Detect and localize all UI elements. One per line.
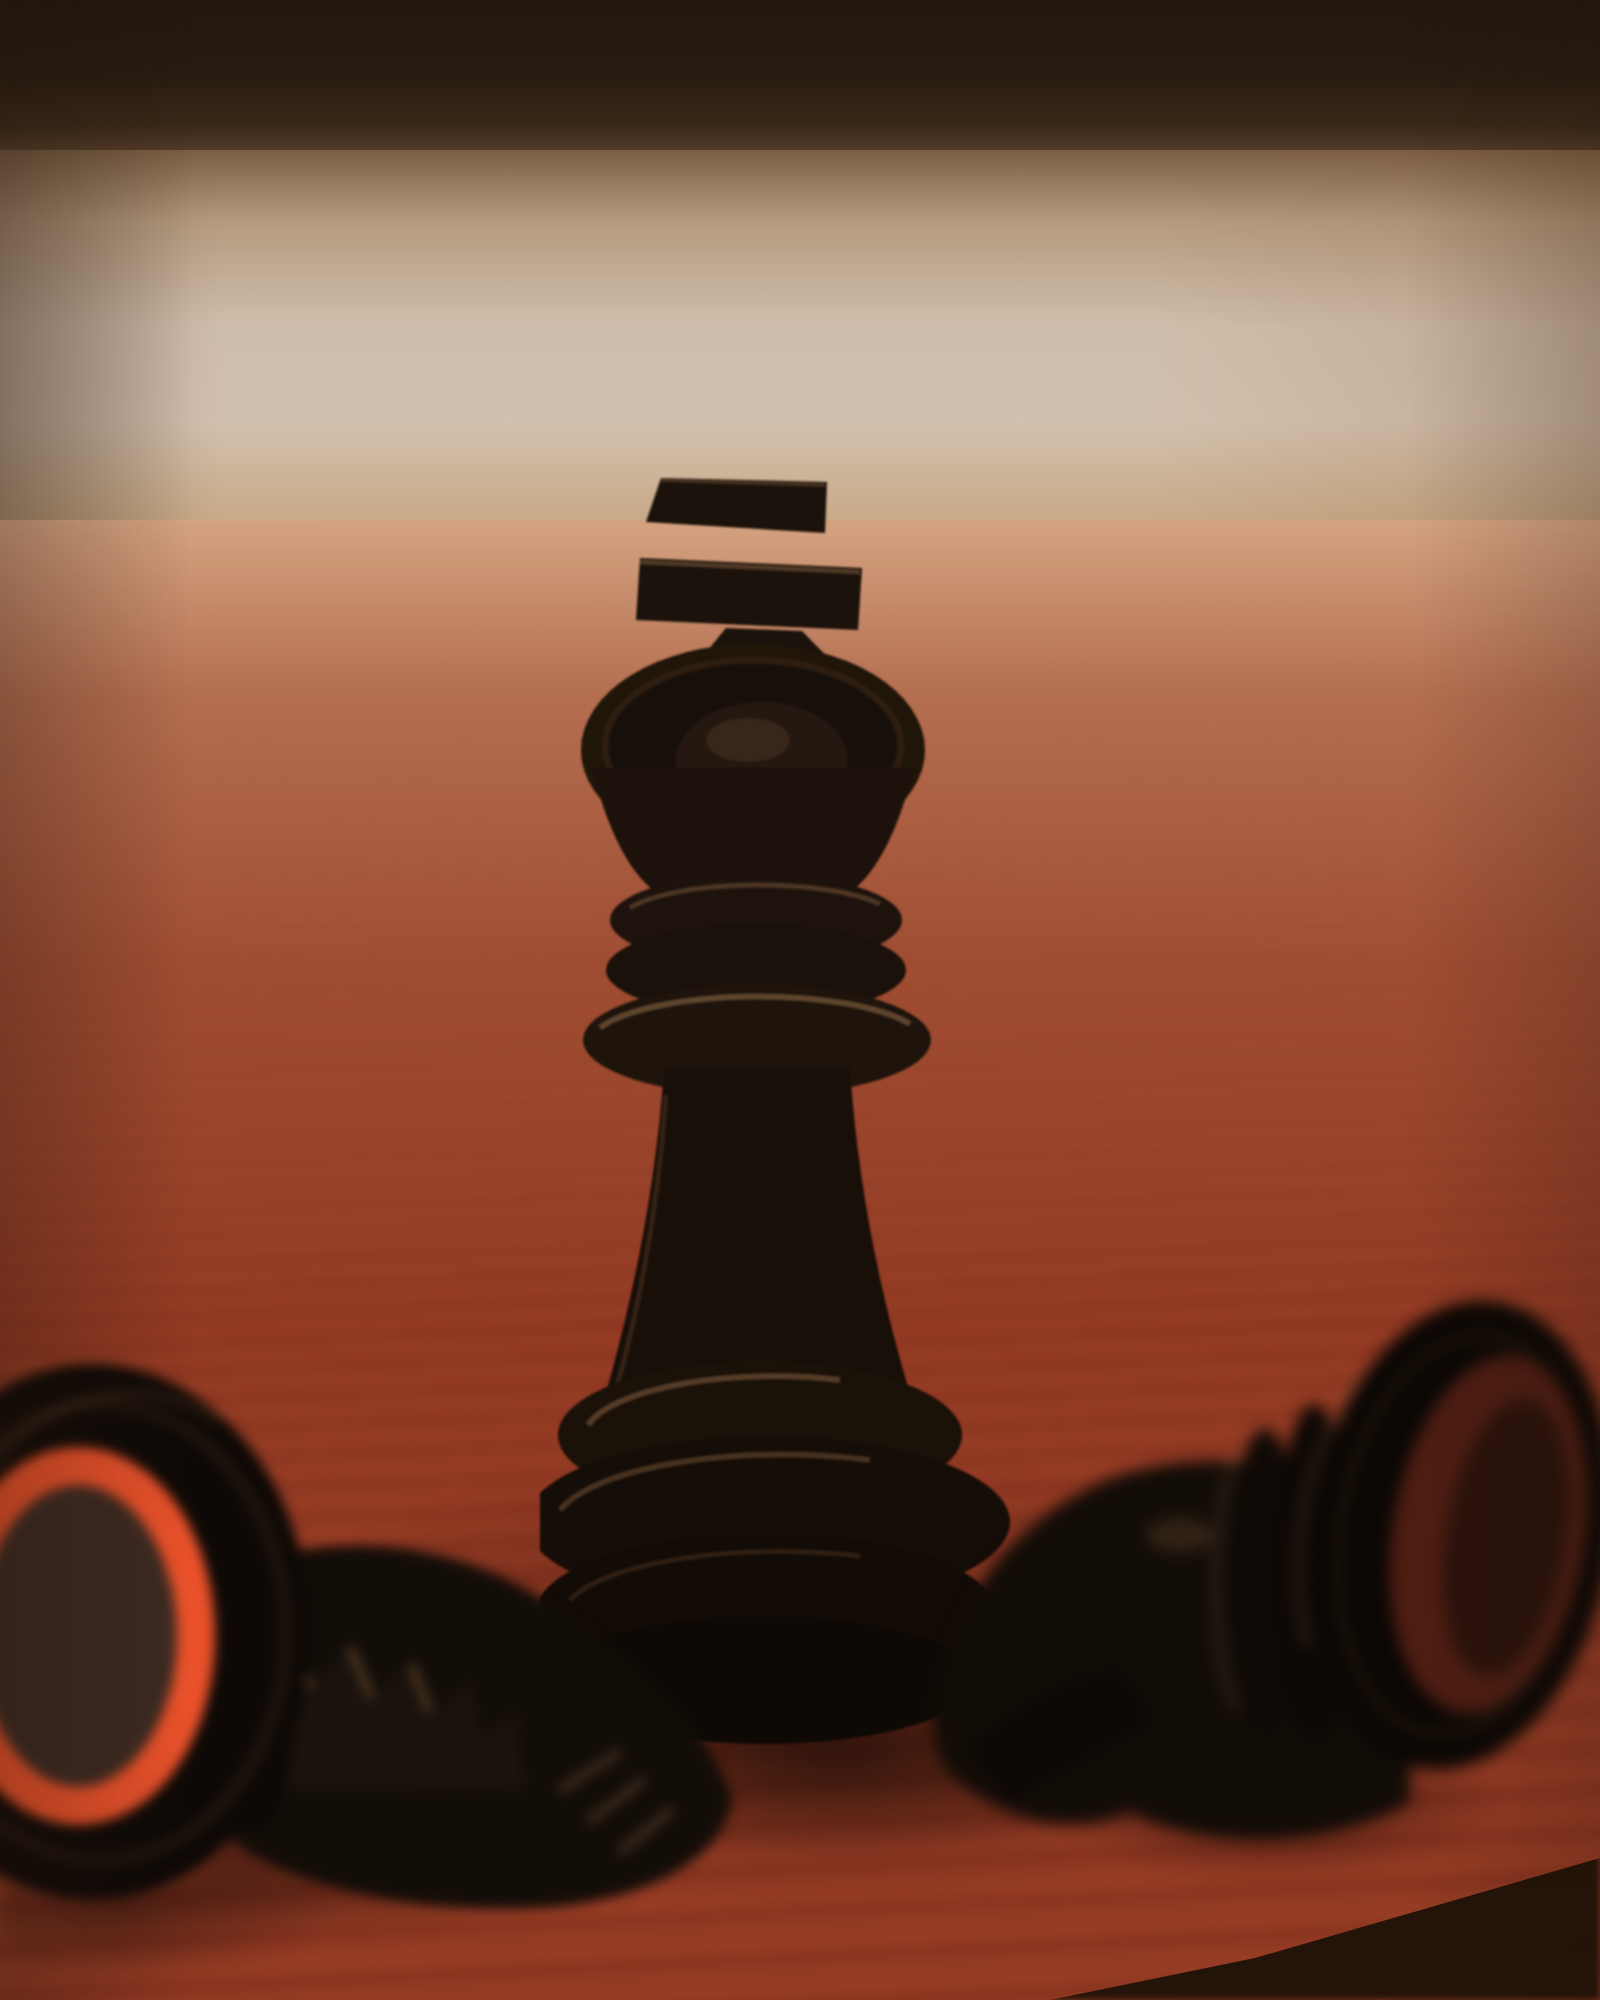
black-knight-toppled-right: [820, 1280, 1600, 1940]
black-knight-toppled-left: [0, 1360, 840, 2000]
king-cross-icon: [646, 478, 827, 533]
chess-photo: [0, 0, 1600, 2000]
knight-felt-ring: [0, 1466, 196, 1806]
